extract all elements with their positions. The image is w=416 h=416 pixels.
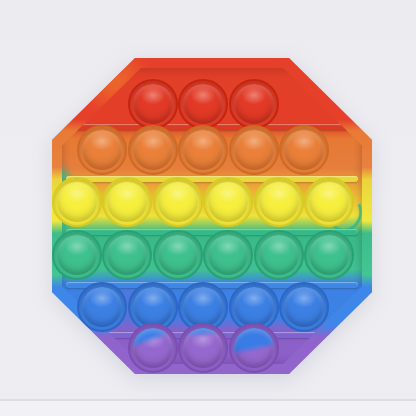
bubble-dome [284,287,324,327]
bubble-r6c2[interactable] [178,323,228,373]
bubble-dome [133,287,173,327]
bubble-dome [309,182,349,222]
bubble-r2c4[interactable] [229,125,279,175]
bubble-r4c2[interactable] [102,230,152,280]
bubble-dome [82,130,122,170]
bubble-dome [234,130,274,170]
bubble-dome [133,84,173,124]
bubble-dome [158,235,198,275]
pop-it-toy [52,58,372,374]
bubble-dome [208,182,248,222]
bubble-r5c1[interactable] [77,282,127,332]
pop-it-board [52,58,372,374]
bubble-dome [309,235,349,275]
bubble-dome [57,182,97,222]
bubble-r2c3[interactable] [178,125,228,175]
bubble-dome [259,235,299,275]
bubble-r3c2[interactable] [102,177,152,227]
bubble-dome [82,287,122,327]
bubble-dome [133,328,173,368]
bubble-dome [158,182,198,222]
bubble-r2c2[interactable] [128,125,178,175]
bubble-r3c4[interactable] [203,177,253,227]
bubble-r5c5[interactable] [279,282,329,332]
bubble-dome [183,328,223,368]
bubble-dome [183,130,223,170]
bubble-dome [133,130,173,170]
bubble-r6c3[interactable] [229,323,279,373]
bubble-r1c1[interactable] [128,79,178,129]
bubble-dome [183,84,223,124]
bubble-r3c6[interactable] [304,177,354,227]
bubble-r4c5[interactable] [254,230,304,280]
bubble-r1c3[interactable] [229,79,279,129]
bubble-r3c3[interactable] [153,177,203,227]
bubble-dome [234,328,274,368]
bubble-dome [234,287,274,327]
bubble-dome [234,84,274,124]
bubble-dome [107,235,147,275]
bubble-r4c3[interactable] [153,230,203,280]
bubble-dome [183,287,223,327]
bubble-r4c4[interactable] [203,230,253,280]
bubble-r2c1[interactable] [77,125,127,175]
bubble-r3c5[interactable] [254,177,304,227]
bubble-r1c2[interactable] [178,79,228,129]
bubble-dome [107,182,147,222]
backdrop-lower-strip [0,401,416,416]
bubble-dome [208,235,248,275]
bubble-dome [259,182,299,222]
bubble-r3c1[interactable] [52,177,102,227]
bubble-dome [284,130,324,170]
bubble-r4c6[interactable] [304,230,354,280]
photo-backdrop [0,0,416,416]
bubble-r2c5[interactable] [279,125,329,175]
bubble-r6c1[interactable] [128,323,178,373]
bubble-dome [57,235,97,275]
bubble-r4c1[interactable] [52,230,102,280]
